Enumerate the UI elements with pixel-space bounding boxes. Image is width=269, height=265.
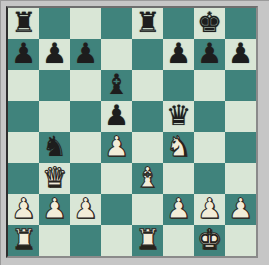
square-h1[interactable]	[225, 225, 256, 256]
square-c6[interactable]	[70, 70, 101, 101]
square-f7[interactable]: ♟	[163, 39, 194, 70]
piece-white-pawn: ♟	[73, 194, 98, 224]
square-e1[interactable]: ♜	[132, 225, 163, 256]
square-c3[interactable]	[70, 163, 101, 194]
square-b7[interactable]: ♟	[39, 39, 70, 70]
square-g6[interactable]	[194, 70, 225, 101]
square-g2[interactable]: ♟	[194, 194, 225, 225]
piece-black-pawn: ♟	[11, 39, 36, 69]
square-e5[interactable]	[132, 101, 163, 132]
chess-app-window: ♜♜♚♟♟♟♟♟♟♝♟♛♞♟♞♛♝♟♟♟♟♟♟♜♜♚	[0, 0, 269, 265]
piece-white-pawn: ♟	[42, 194, 67, 224]
square-g4[interactable]	[194, 132, 225, 163]
piece-black-rook: ♜	[135, 8, 160, 38]
square-a4[interactable]	[8, 132, 39, 163]
square-h4[interactable]	[225, 132, 256, 163]
square-f4[interactable]: ♞	[163, 132, 194, 163]
square-a1[interactable]: ♜	[8, 225, 39, 256]
piece-white-pawn: ♟	[11, 194, 36, 224]
piece-white-pawn: ♟	[228, 194, 253, 224]
square-f6[interactable]	[163, 70, 194, 101]
piece-white-pawn: ♟	[104, 132, 129, 162]
piece-white-rook: ♜	[11, 225, 36, 255]
square-g7[interactable]: ♟	[194, 39, 225, 70]
piece-black-bishop: ♝	[104, 70, 129, 100]
piece-black-knight: ♞	[42, 132, 67, 162]
square-f5[interactable]: ♛	[163, 101, 194, 132]
piece-black-pawn: ♟	[166, 39, 191, 69]
square-b8[interactable]	[39, 8, 70, 39]
square-h7[interactable]: ♟	[225, 39, 256, 70]
square-d4[interactable]: ♟	[101, 132, 132, 163]
square-g3[interactable]	[194, 163, 225, 194]
square-f8[interactable]	[163, 8, 194, 39]
square-b5[interactable]	[39, 101, 70, 132]
square-g5[interactable]	[194, 101, 225, 132]
chess-board: ♜♜♚♟♟♟♟♟♟♝♟♛♞♟♞♛♝♟♟♟♟♟♟♜♜♚	[6, 6, 258, 258]
square-h6[interactable]	[225, 70, 256, 101]
square-a2[interactable]: ♟	[8, 194, 39, 225]
square-c1[interactable]	[70, 225, 101, 256]
square-c8[interactable]	[70, 8, 101, 39]
piece-white-knight: ♞	[166, 132, 191, 162]
piece-white-bishop: ♝	[135, 163, 160, 193]
square-b6[interactable]	[39, 70, 70, 101]
square-h2[interactable]: ♟	[225, 194, 256, 225]
square-f2[interactable]: ♟	[163, 194, 194, 225]
square-g1[interactable]: ♚	[194, 225, 225, 256]
square-h5[interactable]	[225, 101, 256, 132]
piece-black-pawn: ♟	[228, 39, 253, 69]
square-e8[interactable]: ♜	[132, 8, 163, 39]
square-d3[interactable]	[101, 163, 132, 194]
square-d5[interactable]: ♟	[101, 101, 132, 132]
square-f3[interactable]	[163, 163, 194, 194]
square-f1[interactable]	[163, 225, 194, 256]
square-d1[interactable]	[101, 225, 132, 256]
square-b2[interactable]: ♟	[39, 194, 70, 225]
square-a7[interactable]: ♟	[8, 39, 39, 70]
square-d7[interactable]	[101, 39, 132, 70]
square-b3[interactable]: ♛	[39, 163, 70, 194]
piece-black-pawn: ♟	[42, 39, 67, 69]
square-c2[interactable]: ♟	[70, 194, 101, 225]
square-a5[interactable]	[8, 101, 39, 132]
piece-white-pawn: ♟	[197, 194, 222, 224]
piece-black-pawn: ♟	[73, 39, 98, 69]
square-d8[interactable]	[101, 8, 132, 39]
piece-black-queen: ♛	[166, 101, 191, 131]
square-e6[interactable]	[132, 70, 163, 101]
square-e7[interactable]	[132, 39, 163, 70]
piece-black-king: ♚	[197, 8, 222, 38]
square-c4[interactable]	[70, 132, 101, 163]
square-a6[interactable]	[8, 70, 39, 101]
square-d2[interactable]	[101, 194, 132, 225]
square-a8[interactable]: ♜	[8, 8, 39, 39]
square-a3[interactable]	[8, 163, 39, 194]
piece-black-rook: ♜	[11, 8, 36, 38]
square-e4[interactable]	[132, 132, 163, 163]
square-e3[interactable]: ♝	[132, 163, 163, 194]
square-h3[interactable]	[225, 163, 256, 194]
piece-white-king: ♚	[197, 225, 222, 255]
square-b4[interactable]: ♞	[39, 132, 70, 163]
square-e2[interactable]	[132, 194, 163, 225]
piece-black-pawn: ♟	[197, 39, 222, 69]
piece-white-queen: ♛	[42, 163, 67, 193]
square-h8[interactable]	[225, 8, 256, 39]
piece-white-pawn: ♟	[166, 194, 191, 224]
square-g8[interactable]: ♚	[194, 8, 225, 39]
square-c7[interactable]: ♟	[70, 39, 101, 70]
piece-black-pawn: ♟	[104, 101, 129, 131]
square-d6[interactable]: ♝	[101, 70, 132, 101]
square-b1[interactable]	[39, 225, 70, 256]
piece-white-rook: ♜	[135, 225, 160, 255]
square-c5[interactable]	[70, 101, 101, 132]
